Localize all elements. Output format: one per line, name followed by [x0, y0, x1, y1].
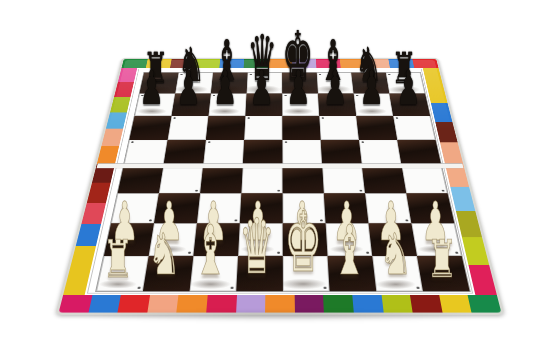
- border-segment-top-9: [340, 59, 365, 68]
- square-f8[interactable]: [317, 73, 354, 94]
- border-segment-top-11: [388, 59, 414, 68]
- square-g7[interactable]: [354, 93, 393, 115]
- square-g2[interactable]: [368, 223, 416, 256]
- square-corner-dot: [455, 252, 458, 254]
- square-a1[interactable]: [96, 256, 148, 291]
- square-g4[interactable]: [362, 166, 406, 194]
- square-d1[interactable]: [236, 256, 283, 291]
- square-a2[interactable]: [104, 223, 154, 256]
- border-segment-left-2: [110, 97, 130, 113]
- square-corner-dot: [250, 74, 252, 75]
- border-segment-bottom-5: [206, 295, 236, 312]
- border-segment-bottom-9: [323, 295, 353, 312]
- square-g8[interactable]: [351, 73, 389, 94]
- square-e2[interactable]: [283, 223, 328, 256]
- square-d4[interactable]: [241, 166, 282, 194]
- square-d5[interactable]: [243, 140, 283, 166]
- square-e5[interactable]: [282, 140, 322, 166]
- border-segment-bottom-6: [236, 295, 266, 312]
- square-a4[interactable]: [118, 166, 164, 194]
- square-c5[interactable]: [203, 140, 244, 166]
- square-corner-dot: [405, 219, 408, 221]
- border-segment-left-9: [76, 224, 101, 246]
- square-corner-dot: [173, 117, 176, 118]
- border-segment-bottom-13: [439, 295, 472, 312]
- square-corner-dot: [322, 117, 324, 118]
- square-b3[interactable]: [154, 193, 200, 223]
- square-corner-dot: [277, 190, 280, 192]
- square-corner-dot: [137, 287, 140, 289]
- square-g1[interactable]: [372, 256, 423, 291]
- square-h6[interactable]: [393, 116, 435, 140]
- square-h3[interactable]: [406, 193, 454, 223]
- square-a8[interactable]: [139, 73, 178, 94]
- square-f7[interactable]: [318, 93, 356, 115]
- square-f4[interactable]: [322, 166, 365, 194]
- square-corner-dot: [366, 252, 369, 254]
- square-h2[interactable]: [411, 223, 461, 256]
- square-e4[interactable]: [282, 166, 323, 194]
- border-segment-bottom-0: [59, 295, 92, 312]
- square-corner-dot: [195, 190, 198, 192]
- border-segment-top-2: [170, 59, 196, 68]
- checkerboard-grid: [96, 73, 469, 292]
- border-segment-bottom-10: [352, 295, 383, 312]
- border-segment-bottom-4: [177, 295, 208, 312]
- square-corner-dot: [235, 219, 238, 221]
- square-corner-dot: [285, 141, 287, 143]
- border-segment-bottom-11: [381, 295, 413, 312]
- square-b2[interactable]: [149, 223, 197, 256]
- square-a3[interactable]: [111, 193, 159, 223]
- square-a5[interactable]: [124, 140, 168, 166]
- square-c8[interactable]: [211, 73, 248, 94]
- square-corner-dot: [248, 117, 250, 118]
- square-corner-dot: [284, 95, 286, 96]
- square-d7[interactable]: [245, 93, 282, 115]
- square-c3[interactable]: [197, 193, 241, 223]
- square-corner-dot: [361, 141, 364, 143]
- border-segment-top-1: [146, 59, 172, 68]
- square-corner-dot: [324, 287, 327, 289]
- square-b6[interactable]: [168, 116, 209, 140]
- border-segment-left-1: [114, 82, 134, 97]
- board-fold-seam: [97, 163, 464, 168]
- square-corner-dot: [442, 190, 445, 192]
- border-top-strip: [122, 59, 439, 68]
- square-g5[interactable]: [359, 140, 402, 166]
- square-b8[interactable]: [175, 73, 213, 94]
- border-segment-top-3: [195, 59, 220, 68]
- board-frame: [59, 59, 502, 313]
- square-d3[interactable]: [240, 193, 283, 223]
- border-segment-bottom-12: [410, 295, 442, 312]
- square-corner-dot: [360, 190, 363, 192]
- square-h1[interactable]: [417, 256, 470, 291]
- square-c2[interactable]: [193, 223, 239, 256]
- square-f5[interactable]: [321, 140, 362, 166]
- square-e3[interactable]: [283, 193, 326, 223]
- border-segment-top-5: [243, 59, 268, 68]
- square-corner-dot: [319, 74, 321, 75]
- square-corner-dot: [320, 219, 323, 221]
- square-corner-dot: [131, 141, 134, 143]
- square-corner-dot: [231, 287, 234, 289]
- square-e6[interactable]: [282, 116, 320, 140]
- border-bottom-strip: [59, 295, 502, 312]
- square-h4[interactable]: [402, 166, 448, 194]
- border-segment-bottom-7: [265, 295, 295, 312]
- square-b7[interactable]: [172, 93, 211, 115]
- square-c6[interactable]: [206, 116, 246, 140]
- square-f3[interactable]: [324, 193, 369, 223]
- square-a6[interactable]: [129, 116, 171, 140]
- scene: ♜♞♝♛♚♝♞♜♟♟♟♟♟♟♟♟♟♟♟♟♟♟♟♟♜♞♝♛♚♝♞♜: [0, 0, 533, 355]
- square-c1[interactable]: [190, 256, 239, 291]
- square-corner-dot: [277, 252, 280, 254]
- border-segment-top-7: [292, 59, 317, 68]
- chess-board: [55, 58, 505, 315]
- square-corner-dot: [208, 141, 211, 143]
- square-a7[interactable]: [135, 93, 176, 115]
- square-corner-dot: [188, 252, 191, 254]
- square-g3[interactable]: [365, 193, 411, 223]
- border-segment-top-0: [122, 59, 148, 68]
- square-c7[interactable]: [208, 93, 246, 115]
- border-segment-top-4: [219, 59, 244, 68]
- square-corner-dot: [388, 74, 390, 75]
- square-d2[interactable]: [238, 223, 283, 256]
- square-d6[interactable]: [244, 116, 282, 140]
- border-segment-top-10: [364, 59, 390, 68]
- square-corner-dot: [396, 117, 399, 118]
- border-segment-left-0: [118, 68, 137, 82]
- square-h7[interactable]: [389, 93, 430, 115]
- square-b4[interactable]: [159, 166, 203, 194]
- square-corner-dot: [213, 95, 215, 96]
- square-e8[interactable]: [282, 73, 318, 94]
- square-d8[interactable]: [247, 73, 283, 94]
- border-segment-bottom-2: [118, 295, 150, 312]
- square-c4[interactable]: [200, 166, 243, 194]
- square-corner-dot: [149, 219, 152, 221]
- border-segment-bottom-14: [468, 295, 501, 312]
- border-segment-bottom-8: [294, 295, 324, 312]
- border-segment-top-8: [316, 59, 341, 68]
- square-g6[interactable]: [356, 116, 397, 140]
- border-segment-left-7: [87, 183, 111, 203]
- square-corner-dot: [180, 74, 182, 75]
- square-e1[interactable]: [283, 256, 330, 291]
- square-b1[interactable]: [143, 256, 193, 291]
- square-corner-dot: [356, 95, 358, 96]
- square-corner-dot: [416, 287, 419, 289]
- border-segment-top-12: [412, 59, 438, 68]
- border-segment-bottom-3: [147, 295, 179, 312]
- border-segment-bottom-1: [88, 295, 121, 312]
- border-segment-top-6: [268, 59, 292, 68]
- border-segment-left-8: [81, 203, 106, 224]
- square-h5[interactable]: [397, 140, 441, 166]
- square-h8[interactable]: [386, 73, 425, 94]
- square-f2[interactable]: [326, 223, 373, 256]
- border-segment-left-4: [101, 129, 123, 146]
- square-e7[interactable]: [282, 93, 319, 115]
- border-segment-left-5: [97, 146, 119, 164]
- square-corner-dot: [141, 95, 144, 96]
- square-b5[interactable]: [163, 140, 205, 166]
- square-f6[interactable]: [319, 116, 359, 140]
- board-cast-shadow: [70, 311, 490, 321]
- square-f1[interactable]: [328, 256, 377, 291]
- border-segment-left-3: [106, 112, 127, 128]
